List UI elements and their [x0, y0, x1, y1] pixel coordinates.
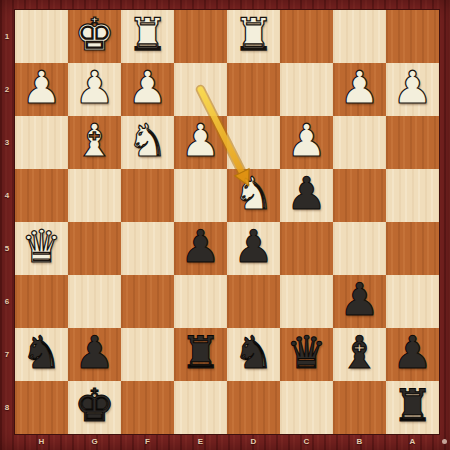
square-g7[interactable]: ♟: [68, 328, 121, 381]
square-e7[interactable]: ♜: [174, 328, 227, 381]
white-pawn[interactable]: ♟: [333, 61, 386, 114]
black-pawn[interactable]: ♟: [227, 220, 280, 273]
square-a1[interactable]: [386, 10, 439, 63]
square-g4[interactable]: [68, 169, 121, 222]
square-e1[interactable]: [174, 10, 227, 63]
square-b7[interactable]: ♝: [333, 328, 386, 381]
square-f1[interactable]: ♜: [121, 10, 174, 63]
square-c2[interactable]: [280, 63, 333, 116]
corner-dot: [442, 439, 447, 444]
black-knight[interactable]: ♞: [15, 326, 68, 379]
square-b2[interactable]: ♟: [333, 63, 386, 116]
square-d5[interactable]: ♟: [227, 222, 280, 275]
square-d1[interactable]: ♜: [227, 10, 280, 63]
file-label-B: B: [333, 435, 386, 450]
square-c6[interactable]: [280, 275, 333, 328]
file-label-A: A: [386, 435, 439, 450]
white-pawn[interactable]: ♟: [280, 114, 333, 167]
rank-label-2: 2: [0, 63, 14, 116]
square-f6[interactable]: [121, 275, 174, 328]
square-b1[interactable]: [333, 10, 386, 63]
rank-label-6: 6: [0, 275, 14, 328]
square-h3[interactable]: [15, 116, 68, 169]
black-knight[interactable]: ♞: [227, 326, 280, 379]
rank-label-8: 8: [0, 381, 14, 434]
square-h5[interactable]: ♛: [15, 222, 68, 275]
square-f3[interactable]: ♞: [121, 116, 174, 169]
square-a2[interactable]: ♟: [386, 63, 439, 116]
white-pawn[interactable]: ♟: [174, 114, 227, 167]
square-h8[interactable]: [15, 381, 68, 434]
square-a5[interactable]: [386, 222, 439, 275]
square-b3[interactable]: [333, 116, 386, 169]
black-bishop[interactable]: ♝: [333, 326, 386, 379]
black-pawn[interactable]: ♟: [280, 167, 333, 220]
square-g3[interactable]: ♝: [68, 116, 121, 169]
square-b8[interactable]: [333, 381, 386, 434]
white-bishop[interactable]: ♝: [68, 114, 121, 167]
square-e4[interactable]: [174, 169, 227, 222]
square-d3[interactable]: [227, 116, 280, 169]
square-g8[interactable]: ♚: [68, 381, 121, 434]
white-rook[interactable]: ♜: [227, 8, 280, 61]
square-b6[interactable]: ♟: [333, 275, 386, 328]
white-queen[interactable]: ♛: [15, 220, 68, 273]
square-c5[interactable]: [280, 222, 333, 275]
square-a3[interactable]: [386, 116, 439, 169]
square-e5[interactable]: ♟: [174, 222, 227, 275]
black-rook[interactable]: ♜: [174, 326, 227, 379]
rank-label-4: 4: [0, 169, 14, 222]
square-h7[interactable]: ♞: [15, 328, 68, 381]
black-king[interactable]: ♚: [68, 379, 121, 432]
file-label-G: G: [68, 435, 121, 450]
black-rook[interactable]: ♜: [386, 379, 439, 432]
black-pawn[interactable]: ♟: [68, 326, 121, 379]
square-c3[interactable]: ♟: [280, 116, 333, 169]
square-c7[interactable]: ♛: [280, 328, 333, 381]
square-b5[interactable]: [333, 222, 386, 275]
square-f5[interactable]: [121, 222, 174, 275]
square-e8[interactable]: [174, 381, 227, 434]
white-pawn[interactable]: ♟: [15, 61, 68, 114]
white-rook[interactable]: ♜: [121, 8, 174, 61]
square-e2[interactable]: [174, 63, 227, 116]
square-a6[interactable]: [386, 275, 439, 328]
rank-label-5: 5: [0, 222, 14, 275]
square-h6[interactable]: [15, 275, 68, 328]
square-h2[interactable]: ♟: [15, 63, 68, 116]
square-a8[interactable]: ♜: [386, 381, 439, 434]
white-pawn[interactable]: ♟: [121, 61, 174, 114]
square-c1[interactable]: [280, 10, 333, 63]
file-label-E: E: [174, 435, 227, 450]
square-g5[interactable]: [68, 222, 121, 275]
square-f8[interactable]: [121, 381, 174, 434]
black-pawn[interactable]: ♟: [386, 326, 439, 379]
chess-diagram: ♚♜♜♟♟♟♟♟♝♞♟♟♞♟♛♟♟♟♞♟♜♞♛♝♟♚♜ 12345678 HGF…: [0, 0, 450, 450]
black-pawn[interactable]: ♟: [333, 273, 386, 326]
square-e3[interactable]: ♟: [174, 116, 227, 169]
square-c8[interactable]: [280, 381, 333, 434]
square-g1[interactable]: ♚: [68, 10, 121, 63]
white-knight[interactable]: ♞: [121, 114, 174, 167]
square-f7[interactable]: [121, 328, 174, 381]
file-label-C: C: [280, 435, 333, 450]
square-d2[interactable]: [227, 63, 280, 116]
rank-label-1: 1: [0, 10, 14, 63]
file-label-H: H: [15, 435, 68, 450]
file-label-F: F: [121, 435, 174, 450]
square-d6[interactable]: [227, 275, 280, 328]
square-f4[interactable]: [121, 169, 174, 222]
file-label-D: D: [227, 435, 280, 450]
square-h4[interactable]: [15, 169, 68, 222]
square-d8[interactable]: [227, 381, 280, 434]
square-f2[interactable]: ♟: [121, 63, 174, 116]
square-d4[interactable]: ♞: [227, 169, 280, 222]
square-a4[interactable]: [386, 169, 439, 222]
square-g2[interactable]: ♟: [68, 63, 121, 116]
square-e6[interactable]: [174, 275, 227, 328]
chess-board: ♚♜♜♟♟♟♟♟♝♞♟♟♞♟♛♟♟♟♞♟♜♞♛♝♟♚♜: [15, 10, 439, 434]
square-d7[interactable]: ♞: [227, 328, 280, 381]
white-pawn[interactable]: ♟: [386, 61, 439, 114]
square-a7[interactable]: ♟: [386, 328, 439, 381]
white-knight[interactable]: ♞: [227, 167, 280, 220]
white-pawn[interactable]: ♟: [68, 61, 121, 114]
rank-label-3: 3: [0, 116, 14, 169]
square-h1[interactable]: [15, 10, 68, 63]
square-g6[interactable]: [68, 275, 121, 328]
white-king[interactable]: ♚: [68, 8, 121, 61]
square-c4[interactable]: ♟: [280, 169, 333, 222]
black-queen[interactable]: ♛: [280, 326, 333, 379]
rank-label-7: 7: [0, 328, 14, 381]
square-b4[interactable]: [333, 169, 386, 222]
black-pawn[interactable]: ♟: [174, 220, 227, 273]
